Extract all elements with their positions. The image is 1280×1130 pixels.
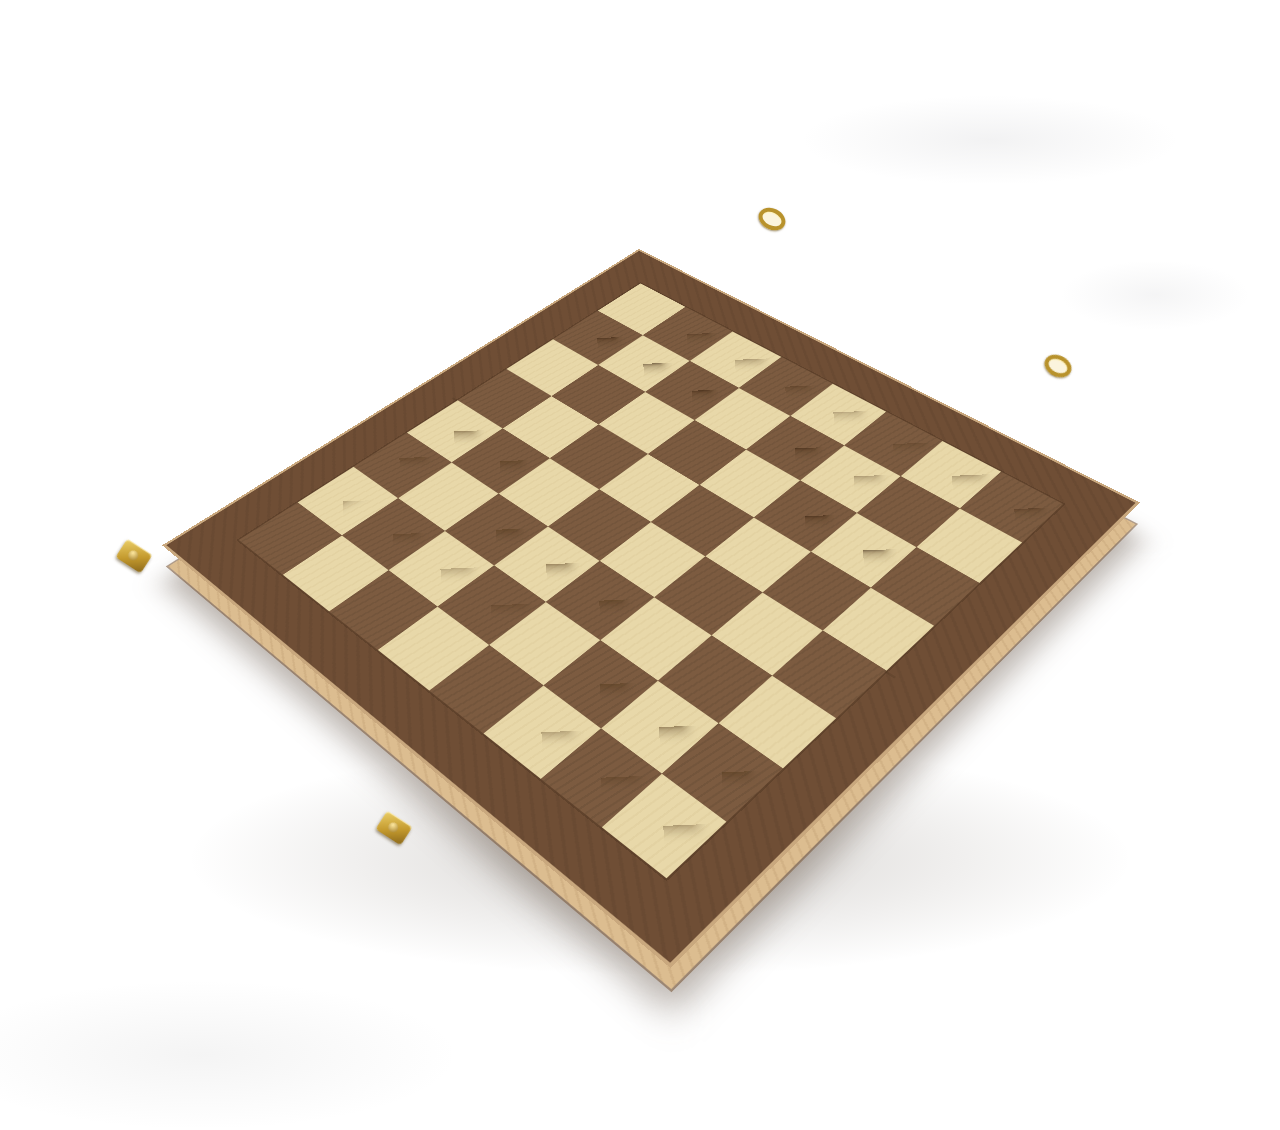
black-pawn-glyph: ♟ (570, 288, 622, 346)
white-rook-glyph: ♜ (614, 734, 709, 839)
white-pawn-glyph: ♟ (566, 540, 629, 610)
photo-caption: Overhead-angle product photo of an open … (0, 0, 1, 1)
square-h8: ♜ (960, 472, 1063, 543)
black-pawn-glyph: ♟ (831, 491, 893, 559)
background-smudge (0, 980, 460, 1130)
black-pawn-glyph: ♟ (615, 313, 668, 372)
product-photo-scene: Overhead-angle product photo of an open … (0, 0, 1280, 1130)
background-smudge (1060, 260, 1250, 330)
white-king-glyph: ♚ (426, 486, 550, 623)
square-h6 (871, 547, 979, 626)
brass-hinge (1041, 350, 1075, 381)
black-rook-glyph: ♜ (973, 433, 1052, 520)
square-g4 (712, 592, 823, 675)
board-grid: ♜♞♝♛♚♞♜♟♟♟♟♝♟♟♟♟♜♟♟♟♞♝♛♚♟♟♟♝♞♜ (239, 283, 1063, 878)
black-pawn-glyph: ♟ (773, 459, 833, 525)
brass-clasp (115, 539, 152, 574)
board-perspective-wrapper: ♜♞♝♛♚♞♜♟♟♟♟♝♟♟♟♟♜♟♟♟♞♝♛♚♟♟♟♝♞♜ (290, 163, 1012, 885)
black-pawn-glyph: ♟ (663, 338, 718, 398)
